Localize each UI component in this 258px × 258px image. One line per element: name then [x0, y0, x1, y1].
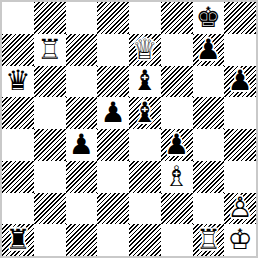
square-a2[interactable]	[2, 193, 34, 225]
square-a4[interactable]	[2, 129, 34, 161]
square-h2[interactable]: ♟♙	[224, 193, 256, 225]
square-e8[interactable]	[129, 2, 161, 34]
white-bishop-halo: ♝	[161, 161, 193, 193]
square-c3[interactable]	[66, 161, 98, 193]
black-bishop-piece: ♝	[129, 97, 161, 129]
square-b1[interactable]	[34, 224, 66, 256]
black-pawn-halo: ♟	[66, 129, 98, 161]
black-queen-piece: ♛	[2, 66, 34, 98]
square-f2[interactable]	[161, 193, 193, 225]
square-a8[interactable]	[2, 2, 34, 34]
square-e3[interactable]	[129, 161, 161, 193]
square-e7[interactable]: ♛♕	[129, 34, 161, 66]
black-pawn-piece: ♟	[224, 66, 256, 98]
black-pawn-piece: ♟	[97, 97, 129, 129]
square-g5[interactable]	[193, 97, 225, 129]
square-g4[interactable]	[193, 129, 225, 161]
square-b5[interactable]	[34, 97, 66, 129]
white-bishop-piece: ♗	[161, 161, 193, 193]
square-c2[interactable]	[66, 193, 98, 225]
square-f3[interactable]: ♝♗	[161, 161, 193, 193]
square-h3[interactable]	[224, 161, 256, 193]
square-b3[interactable]	[34, 161, 66, 193]
black-pawn-halo: ♟	[161, 129, 193, 161]
black-bishop-halo: ♝	[129, 66, 161, 98]
square-d6[interactable]	[97, 66, 129, 98]
square-c1[interactable]	[66, 224, 98, 256]
square-a1[interactable]: ♜♜	[2, 224, 34, 256]
square-g6[interactable]	[193, 66, 225, 98]
square-d1[interactable]	[97, 224, 129, 256]
square-d2[interactable]	[97, 193, 129, 225]
square-h1[interactable]: ♚♔	[224, 224, 256, 256]
square-b2[interactable]	[34, 193, 66, 225]
white-rook-piece: ♖	[193, 224, 225, 256]
square-e5[interactable]: ♝♝	[129, 97, 161, 129]
black-bishop-halo: ♝	[129, 97, 161, 129]
square-h8[interactable]	[224, 2, 256, 34]
square-e1[interactable]	[129, 224, 161, 256]
square-a3[interactable]	[2, 161, 34, 193]
square-h4[interactable]	[224, 129, 256, 161]
black-rook-halo: ♜	[2, 224, 34, 256]
square-b7[interactable]: ♜♖	[34, 34, 66, 66]
square-f8[interactable]	[161, 2, 193, 34]
square-a7[interactable]	[2, 34, 34, 66]
square-a6[interactable]: ♛♛	[2, 66, 34, 98]
square-a5[interactable]	[2, 97, 34, 129]
square-c4[interactable]: ♟♟	[66, 129, 98, 161]
square-c7[interactable]	[66, 34, 98, 66]
white-pawn-halo: ♟	[224, 193, 256, 225]
black-bishop-piece: ♝	[129, 66, 161, 98]
chess-board: ♚♚♜♖♛♕♟♟♛♛♝♝♟♟♟♟♝♝♟♟♟♟♝♗♟♙♜♜♜♖♚♔	[0, 0, 258, 258]
black-pawn-halo: ♟	[193, 34, 225, 66]
square-f1[interactable]	[161, 224, 193, 256]
black-queen-halo: ♛	[2, 66, 34, 98]
white-pawn-piece: ♙	[224, 193, 256, 225]
square-e6[interactable]: ♝♝	[129, 66, 161, 98]
square-c6[interactable]	[66, 66, 98, 98]
white-king-halo: ♚	[224, 224, 256, 256]
square-f4[interactable]: ♟♟	[161, 129, 193, 161]
square-d5[interactable]: ♟♟	[97, 97, 129, 129]
square-h6[interactable]: ♟♟	[224, 66, 256, 98]
black-pawn-halo: ♟	[97, 97, 129, 129]
square-d4[interactable]	[97, 129, 129, 161]
square-e4[interactable]	[129, 129, 161, 161]
white-queen-piece: ♕	[129, 34, 161, 66]
white-rook-halo: ♜	[193, 224, 225, 256]
square-b4[interactable]	[34, 129, 66, 161]
square-d7[interactable]	[97, 34, 129, 66]
black-pawn-piece: ♟	[66, 129, 98, 161]
square-g7[interactable]: ♟♟	[193, 34, 225, 66]
square-h5[interactable]	[224, 97, 256, 129]
square-c8[interactable]	[66, 2, 98, 34]
square-f5[interactable]	[161, 97, 193, 129]
black-pawn-piece: ♟	[161, 129, 193, 161]
white-king-piece: ♔	[224, 224, 256, 256]
square-f6[interactable]	[161, 66, 193, 98]
black-king-halo: ♚	[193, 2, 225, 34]
black-pawn-piece: ♟	[193, 34, 225, 66]
black-rook-piece: ♜	[2, 224, 34, 256]
white-rook-halo: ♜	[34, 34, 66, 66]
square-g3[interactable]	[193, 161, 225, 193]
square-b6[interactable]	[34, 66, 66, 98]
square-e2[interactable]	[129, 193, 161, 225]
white-rook-piece: ♖	[34, 34, 66, 66]
square-c5[interactable]	[66, 97, 98, 129]
square-g1[interactable]: ♜♖	[193, 224, 225, 256]
square-d3[interactable]	[97, 161, 129, 193]
square-f7[interactable]	[161, 34, 193, 66]
square-g8[interactable]: ♚♚	[193, 2, 225, 34]
white-queen-halo: ♛	[129, 34, 161, 66]
black-pawn-halo: ♟	[224, 66, 256, 98]
square-g2[interactable]	[193, 193, 225, 225]
square-h7[interactable]	[224, 34, 256, 66]
black-king-piece: ♚	[193, 2, 225, 34]
square-d8[interactable]	[97, 2, 129, 34]
square-b8[interactable]	[34, 2, 66, 34]
